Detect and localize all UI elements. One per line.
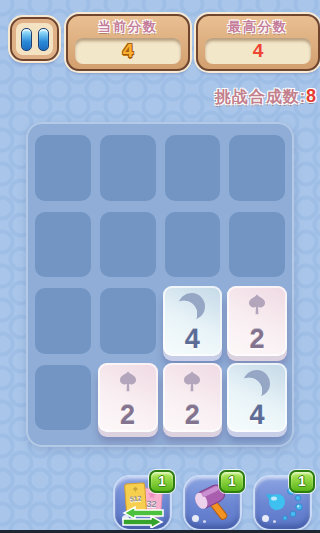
board[interactable]: 42224 <box>26 122 294 447</box>
tile-4-moon[interactable]: 4 <box>227 363 287 433</box>
swap-count-badge: 1 <box>149 470 175 493</box>
bubble-decor <box>262 515 269 522</box>
bubble-decor <box>192 515 199 522</box>
empty-cell <box>100 288 156 354</box>
empty-cell <box>165 135 221 201</box>
challenge-target: 挑战合成数:8 <box>215 86 317 108</box>
empty-cell <box>165 212 221 278</box>
empty-cell <box>35 365 91 431</box>
tile-value: 2 <box>227 324 287 355</box>
current-score-label: 当前分数 <box>68 18 188 36</box>
challenge-value: 8 <box>306 86 317 106</box>
splash-powerup-button[interactable]: 1 <box>255 477 310 529</box>
splash-count-badge: 1 <box>289 470 315 493</box>
best-score-value: 4 <box>253 40 264 62</box>
challenge-label: 挑战合成数: <box>215 88 306 105</box>
tile-value: 2 <box>98 400 158 431</box>
empty-cell <box>229 212 285 278</box>
pause-icon <box>21 28 32 51</box>
empty-cell <box>35 212 91 278</box>
empty-cell <box>100 212 156 278</box>
current-score-box: 4 <box>75 38 181 64</box>
pause-button[interactable] <box>10 17 59 61</box>
moon-icon <box>242 368 272 398</box>
empty-cell <box>229 135 285 201</box>
moon-icon <box>177 292 207 322</box>
leaf-icon <box>114 369 142 397</box>
swap-powerup-button[interactable]: 512 ★ 32 1 <box>115 477 170 529</box>
leaf-icon <box>178 369 206 397</box>
best-score-label: 最高分数 <box>198 18 318 36</box>
empty-cell <box>35 135 91 201</box>
leaf-icon <box>243 292 271 320</box>
leaf-icon <box>130 486 139 495</box>
tile-value: 4 <box>163 324 223 355</box>
swap-arrows-icon <box>119 506 167 528</box>
tile-2-leaf[interactable]: 2 <box>98 363 158 433</box>
tile-value: 2 <box>163 400 223 431</box>
hammer-count-badge: 1 <box>219 470 245 493</box>
game-screen: 当前分数 4 最高分数 4 挑战合成数:8 42224 512 ★ <box>0 0 320 533</box>
pause-icon <box>38 28 49 51</box>
tile-2-leaf[interactable]: 2 <box>163 363 223 433</box>
tile-4-moon[interactable]: 4 <box>163 286 223 356</box>
empty-cell <box>35 288 91 354</box>
current-score-value: 4 <box>123 40 134 62</box>
tile-2-leaf[interactable]: 2 <box>227 286 287 356</box>
hammer-powerup-button[interactable]: 1 <box>185 477 240 529</box>
swap-card-value: 512 <box>125 494 144 502</box>
empty-cell <box>100 135 156 201</box>
current-score-panel: 当前分数 4 <box>66 14 190 71</box>
best-score-panel: 最高分数 4 <box>196 14 320 71</box>
best-score-box: 4 <box>205 38 311 64</box>
tile-value: 4 <box>227 400 287 431</box>
